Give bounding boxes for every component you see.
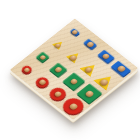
piece-green-square-size2[interactable] — [49, 62, 67, 76]
piece-yellow-triangle-size2[interactable] — [66, 50, 83, 64]
piece-blue-rectangle-size3[interactable] — [97, 49, 114, 63]
piece-green-square-size1[interactable] — [36, 52, 50, 63]
photo-background — [0, 0, 140, 140]
puzzle-board — [10, 18, 139, 119]
piece-blue-rectangle-size4[interactable] — [111, 60, 131, 76]
piece-red-circle-size2[interactable] — [33, 75, 51, 89]
piece-blue-rectangle-size2[interactable] — [83, 39, 96, 50]
piece-red-circle-size1[interactable] — [20, 64, 34, 75]
piece-yellow-triangle-size1[interactable] — [52, 39, 66, 50]
piece-blue-rectangle-size1[interactable] — [70, 28, 80, 36]
